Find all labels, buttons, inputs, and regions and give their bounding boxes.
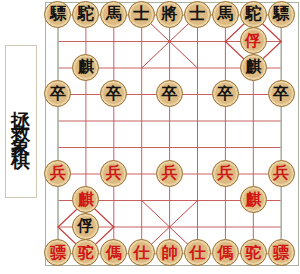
piece-black-士[interactable]: 士 — [184, 1, 211, 28]
intersection-3-3[interactable] — [128, 81, 156, 108]
piece-black-士[interactable]: 士 — [128, 1, 155, 28]
piece-red-兵[interactable]: 兵 — [268, 160, 295, 187]
piece-black-俘[interactable]: 俘 — [72, 213, 99, 240]
intersection-0-1[interactable]: 駝 — [72, 1, 100, 28]
intersection-9-7[interactable]: 驼 — [239, 240, 267, 267]
piece-red-傌[interactable]: 傌 — [212, 239, 239, 266]
piece-red-驼[interactable]: 驼 — [72, 239, 99, 266]
intersection-6-2[interactable]: 兵 — [100, 160, 128, 187]
intersection-9-0[interactable]: 骠 — [44, 240, 72, 267]
piece-red-兵[interactable]: 兵 — [44, 160, 71, 187]
intersection-1-0[interactable] — [44, 28, 72, 55]
piece-black-卒[interactable]: 卒 — [100, 80, 127, 107]
intersection-4-5[interactable] — [183, 107, 211, 134]
intersection-7-2[interactable] — [100, 187, 128, 214]
intersection-6-5[interactable] — [183, 160, 211, 187]
intersection-9-2[interactable]: 傌 — [100, 240, 128, 267]
piece-red-驼[interactable]: 驼 — [240, 239, 267, 266]
intersection-4-3[interactable] — [128, 107, 156, 134]
intersection-6-6[interactable]: 兵 — [211, 160, 239, 187]
board-intersections: 驃駝馬士將士馬駝驃俘麒麒卒卒卒卒卒兵兵兵兵兵麒麒俘骠驼傌仕帥仕傌驼骠 — [44, 1, 295, 266]
piece-black-馬[interactable]: 馬 — [100, 1, 127, 28]
intersection-6-0[interactable]: 兵 — [44, 160, 72, 187]
piece-red-兵[interactable]: 兵 — [212, 160, 239, 187]
title-panel: 拯救象棋 — [5, 45, 37, 198]
piece-black-卒[interactable]: 卒 — [212, 80, 239, 107]
piece-red-仕[interactable]: 仕 — [128, 239, 155, 266]
intersection-3-7[interactable] — [239, 81, 267, 108]
intersection-8-1[interactable]: 俘 — [72, 213, 100, 240]
intersection-7-0[interactable] — [44, 187, 72, 214]
intersection-8-6[interactable] — [211, 213, 239, 240]
intersection-2-1[interactable]: 麒 — [72, 54, 100, 81]
piece-red-骠[interactable]: 骠 — [268, 239, 295, 266]
intersection-7-7[interactable]: 麒 — [239, 187, 267, 214]
intersection-0-5[interactable]: 士 — [183, 1, 211, 28]
intersection-4-0[interactable] — [44, 107, 72, 134]
piece-red-兵[interactable]: 兵 — [156, 160, 183, 187]
piece-black-卒[interactable]: 卒 — [156, 80, 183, 107]
intersection-4-2[interactable] — [100, 107, 128, 134]
intersection-8-4[interactable] — [156, 213, 184, 240]
intersection-3-6[interactable]: 卒 — [211, 81, 239, 108]
intersection-3-1[interactable] — [72, 81, 100, 108]
intersection-3-0[interactable]: 卒 — [44, 81, 72, 108]
piece-red-仕[interactable]: 仕 — [184, 239, 211, 266]
intersection-8-2[interactable] — [100, 213, 128, 240]
piece-black-卒[interactable]: 卒 — [44, 80, 71, 107]
intersection-2-5[interactable] — [183, 54, 211, 81]
intersection-2-4[interactable] — [156, 54, 184, 81]
intersection-9-1[interactable]: 驼 — [72, 240, 100, 267]
intersection-6-1[interactable] — [72, 160, 100, 187]
game-title: 拯救象棋 — [12, 96, 31, 148]
intersection-3-4[interactable]: 卒 — [156, 81, 184, 108]
intersection-8-5[interactable] — [183, 213, 211, 240]
intersection-1-1[interactable] — [72, 28, 100, 55]
intersection-0-4[interactable]: 將 — [156, 1, 184, 28]
intersection-5-2[interactable] — [100, 134, 128, 161]
intersection-4-4[interactable] — [156, 107, 184, 134]
intersection-1-8[interactable] — [267, 28, 295, 55]
intersection-4-7[interactable] — [239, 107, 267, 134]
intersection-5-4[interactable] — [156, 134, 184, 161]
intersection-0-3[interactable]: 士 — [128, 1, 156, 28]
intersection-8-7[interactable] — [239, 213, 267, 240]
piece-black-駝[interactable]: 駝 — [240, 1, 267, 28]
intersection-1-2[interactable] — [100, 28, 128, 55]
piece-red-傌[interactable]: 傌 — [100, 239, 127, 266]
intersection-0-2[interactable]: 馬 — [100, 1, 128, 28]
intersection-3-5[interactable] — [183, 81, 211, 108]
piece-red-兵[interactable]: 兵 — [100, 160, 127, 187]
piece-red-俘[interactable]: 俘 — [240, 27, 267, 54]
piece-black-馬[interactable]: 馬 — [212, 1, 239, 28]
intersection-4-8[interactable] — [267, 107, 295, 134]
piece-black-卒[interactable]: 卒 — [268, 80, 295, 107]
intersection-1-5[interactable] — [183, 28, 211, 55]
intersection-2-2[interactable] — [100, 54, 128, 81]
intersection-6-4[interactable]: 兵 — [156, 160, 184, 187]
intersection-8-3[interactable] — [128, 213, 156, 240]
intersection-2-0[interactable] — [44, 54, 72, 81]
piece-black-麒[interactable]: 麒 — [72, 54, 99, 81]
intersection-5-5[interactable] — [183, 134, 211, 161]
piece-red-帥[interactable]: 帥 — [156, 239, 183, 266]
intersection-6-7[interactable] — [239, 160, 267, 187]
intersection-5-3[interactable] — [128, 134, 156, 161]
intersection-4-1[interactable] — [72, 107, 100, 134]
piece-red-骠[interactable]: 骠 — [44, 239, 71, 266]
intersection-0-6[interactable]: 馬 — [211, 1, 239, 28]
intersection-1-6[interactable] — [211, 28, 239, 55]
xiangqi-board: 驃駝馬士將士馬駝驃俘麒麒卒卒卒卒卒兵兵兵兵兵麒麒俘骠驼傌仕帥仕傌驼骠 — [45, 2, 299, 266]
intersection-5-7[interactable] — [239, 134, 267, 161]
piece-red-麒[interactable]: 麒 — [240, 186, 267, 213]
piece-red-麒[interactable]: 麒 — [72, 186, 99, 213]
piece-black-麒[interactable]: 麒 — [240, 54, 267, 81]
intersection-2-6[interactable] — [211, 54, 239, 81]
intersection-1-4[interactable] — [156, 28, 184, 55]
intersection-0-8[interactable]: 驃 — [267, 1, 295, 28]
piece-black-將[interactable]: 將 — [156, 1, 183, 28]
intersection-7-3[interactable] — [128, 187, 156, 214]
intersection-7-8[interactable] — [267, 187, 295, 214]
intersection-9-6[interactable]: 傌 — [211, 240, 239, 267]
intersection-4-6[interactable] — [211, 107, 239, 134]
intersection-9-5[interactable]: 仕 — [183, 240, 211, 267]
intersection-6-3[interactable] — [128, 160, 156, 187]
intersection-7-5[interactable] — [183, 187, 211, 214]
intersection-2-3[interactable] — [128, 54, 156, 81]
intersection-0-7[interactable]: 駝 — [239, 1, 267, 28]
intersection-6-8[interactable]: 兵 — [267, 160, 295, 187]
intersection-9-8[interactable]: 骠 — [267, 240, 295, 267]
intersection-8-0[interactable] — [44, 213, 72, 240]
intersection-5-0[interactable] — [44, 134, 72, 161]
intersection-7-1[interactable]: 麒 — [72, 187, 100, 214]
intersection-2-7[interactable]: 麒 — [239, 54, 267, 81]
intersection-1-7[interactable]: 俘 — [239, 28, 267, 55]
intersection-3-8[interactable]: 卒 — [267, 81, 295, 108]
piece-black-駝[interactable]: 駝 — [72, 1, 99, 28]
piece-black-驃[interactable]: 驃 — [268, 1, 295, 28]
intersection-5-6[interactable] — [211, 134, 239, 161]
intersection-8-8[interactable] — [267, 213, 295, 240]
piece-black-驃[interactable]: 驃 — [44, 1, 71, 28]
intersection-2-8[interactable] — [267, 54, 295, 81]
intersection-9-4[interactable]: 帥 — [156, 240, 184, 267]
intersection-3-2[interactable]: 卒 — [100, 81, 128, 108]
intersection-7-4[interactable] — [156, 187, 184, 214]
intersection-9-3[interactable]: 仕 — [128, 240, 156, 267]
intersection-5-1[interactable] — [72, 134, 100, 161]
intersection-5-8[interactable] — [267, 134, 295, 161]
intersection-7-6[interactable] — [211, 187, 239, 214]
intersection-0-0[interactable]: 驃 — [44, 1, 72, 28]
intersection-1-3[interactable] — [128, 28, 156, 55]
app-window: 拯救象棋 驃駝馬士將士馬駝驃俘麒麒卒卒卒卒卒兵兵兵兵兵麒麒俘骠驼傌仕帥仕傌驼骠 — [0, 0, 300, 274]
